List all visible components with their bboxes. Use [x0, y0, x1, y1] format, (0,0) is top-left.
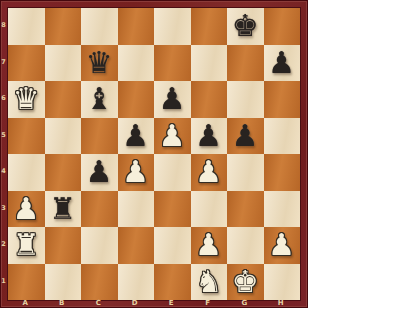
white-knight[interactable]: ♞: [195, 267, 222, 297]
square-f3[interactable]: [191, 191, 228, 228]
white-pawn[interactable]: ♟: [13, 194, 40, 224]
square-d5[interactable]: ♟: [118, 118, 155, 155]
square-g2[interactable]: [227, 227, 264, 264]
square-a1[interactable]: [8, 264, 45, 301]
white-rook[interactable]: ♜: [13, 230, 40, 260]
black-queen[interactable]: ♛: [86, 48, 113, 78]
square-d3[interactable]: [118, 191, 155, 228]
black-pawn[interactable]: ♟: [122, 121, 149, 151]
square-c2[interactable]: [81, 227, 118, 264]
white-pawn[interactable]: ♟: [268, 230, 295, 260]
square-c7[interactable]: ♛: [81, 45, 118, 82]
square-h1[interactable]: [264, 264, 301, 301]
black-king[interactable]: ♚: [232, 11, 259, 41]
black-pawn[interactable]: ♟: [232, 121, 259, 151]
square-f4[interactable]: ♟: [191, 154, 228, 191]
square-g5[interactable]: ♟: [227, 118, 264, 155]
square-e8[interactable]: [154, 8, 191, 45]
black-pawn[interactable]: ♟: [159, 84, 186, 114]
rank-labels: 87654321: [0, 7, 7, 299]
file-label-b: B: [44, 299, 81, 308]
square-d6[interactable]: [118, 81, 155, 118]
square-h3[interactable]: [264, 191, 301, 228]
square-f6[interactable]: [191, 81, 228, 118]
white-pawn[interactable]: ♟: [122, 157, 149, 187]
square-c6[interactable]: ♝: [81, 81, 118, 118]
square-e5[interactable]: ♟: [154, 118, 191, 155]
square-a7[interactable]: [8, 45, 45, 82]
square-d2[interactable]: [118, 227, 155, 264]
rank-label-1: 1: [0, 263, 7, 300]
rank-label-2: 2: [0, 226, 7, 263]
file-label-g: G: [226, 299, 263, 308]
file-label-h: H: [263, 299, 300, 308]
square-a8[interactable]: [8, 8, 45, 45]
square-d8[interactable]: [118, 8, 155, 45]
square-a3[interactable]: ♟: [8, 191, 45, 228]
square-b5[interactable]: [45, 118, 82, 155]
square-c4[interactable]: ♟: [81, 154, 118, 191]
square-d4[interactable]: ♟: [118, 154, 155, 191]
square-c5[interactable]: [81, 118, 118, 155]
rank-label-4: 4: [0, 153, 7, 190]
black-pawn[interactable]: ♟: [268, 48, 295, 78]
square-g6[interactable]: [227, 81, 264, 118]
square-f2[interactable]: ♟: [191, 227, 228, 264]
square-a2[interactable]: ♜: [8, 227, 45, 264]
square-d7[interactable]: [118, 45, 155, 82]
file-labels: ABCDEFGH: [7, 299, 299, 308]
square-e6[interactable]: ♟: [154, 81, 191, 118]
square-f5[interactable]: ♟: [191, 118, 228, 155]
rank-label-7: 7: [0, 44, 7, 81]
page: ♚♛♟♛♝♟♟♟♟♟♟♟♟♟♜♜♟♟♞♚ 87654321 ABCDEFGH: [0, 0, 414, 311]
square-h5[interactable]: [264, 118, 301, 155]
square-c1[interactable]: [81, 264, 118, 301]
square-f8[interactable]: [191, 8, 228, 45]
square-e1[interactable]: [154, 264, 191, 301]
square-g3[interactable]: [227, 191, 264, 228]
file-label-e: E: [153, 299, 190, 308]
square-g1[interactable]: ♚: [227, 264, 264, 301]
file-label-d: D: [117, 299, 154, 308]
square-b6[interactable]: [45, 81, 82, 118]
file-label-c: C: [80, 299, 117, 308]
square-e7[interactable]: [154, 45, 191, 82]
square-c8[interactable]: [81, 8, 118, 45]
rank-label-3: 3: [0, 190, 7, 227]
square-b3[interactable]: ♜: [45, 191, 82, 228]
white-king[interactable]: ♚: [232, 267, 259, 297]
square-d1[interactable]: [118, 264, 155, 301]
rank-label-8: 8: [0, 7, 7, 44]
black-pawn[interactable]: ♟: [195, 121, 222, 151]
square-b2[interactable]: [45, 227, 82, 264]
black-rook[interactable]: ♜: [49, 194, 76, 224]
square-e4[interactable]: [154, 154, 191, 191]
square-g8[interactable]: ♚: [227, 8, 264, 45]
square-h8[interactable]: [264, 8, 301, 45]
square-a5[interactable]: [8, 118, 45, 155]
square-g7[interactable]: [227, 45, 264, 82]
file-label-f: F: [190, 299, 227, 308]
square-h2[interactable]: ♟: [264, 227, 301, 264]
square-h4[interactable]: [264, 154, 301, 191]
square-g4[interactable]: [227, 154, 264, 191]
square-h6[interactable]: [264, 81, 301, 118]
square-c3[interactable]: [81, 191, 118, 228]
square-e2[interactable]: [154, 227, 191, 264]
square-a4[interactable]: [8, 154, 45, 191]
square-b7[interactable]: [45, 45, 82, 82]
square-f7[interactable]: [191, 45, 228, 82]
white-pawn[interactable]: ♟: [159, 121, 186, 151]
square-f1[interactable]: ♞: [191, 264, 228, 301]
white-queen[interactable]: ♛: [13, 84, 40, 114]
square-b8[interactable]: [45, 8, 82, 45]
board-squares: ♚♛♟♛♝♟♟♟♟♟♟♟♟♟♜♜♟♟♞♚: [7, 7, 301, 301]
square-b1[interactable]: [45, 264, 82, 301]
rank-label-6: 6: [0, 80, 7, 117]
rank-label-5: 5: [0, 117, 7, 154]
white-pawn[interactable]: ♟: [195, 230, 222, 260]
square-e3[interactable]: [154, 191, 191, 228]
file-label-a: A: [7, 299, 44, 308]
black-bishop[interactable]: ♝: [86, 84, 113, 114]
square-b4[interactable]: [45, 154, 82, 191]
black-pawn[interactable]: ♟: [86, 157, 113, 187]
square-h7[interactable]: ♟: [264, 45, 301, 82]
white-pawn[interactable]: ♟: [195, 157, 222, 187]
chess-board: ♚♛♟♛♝♟♟♟♟♟♟♟♟♟♜♜♟♟♞♚ 87654321 ABCDEFGH: [0, 0, 308, 308]
square-a6[interactable]: ♛: [8, 81, 45, 118]
